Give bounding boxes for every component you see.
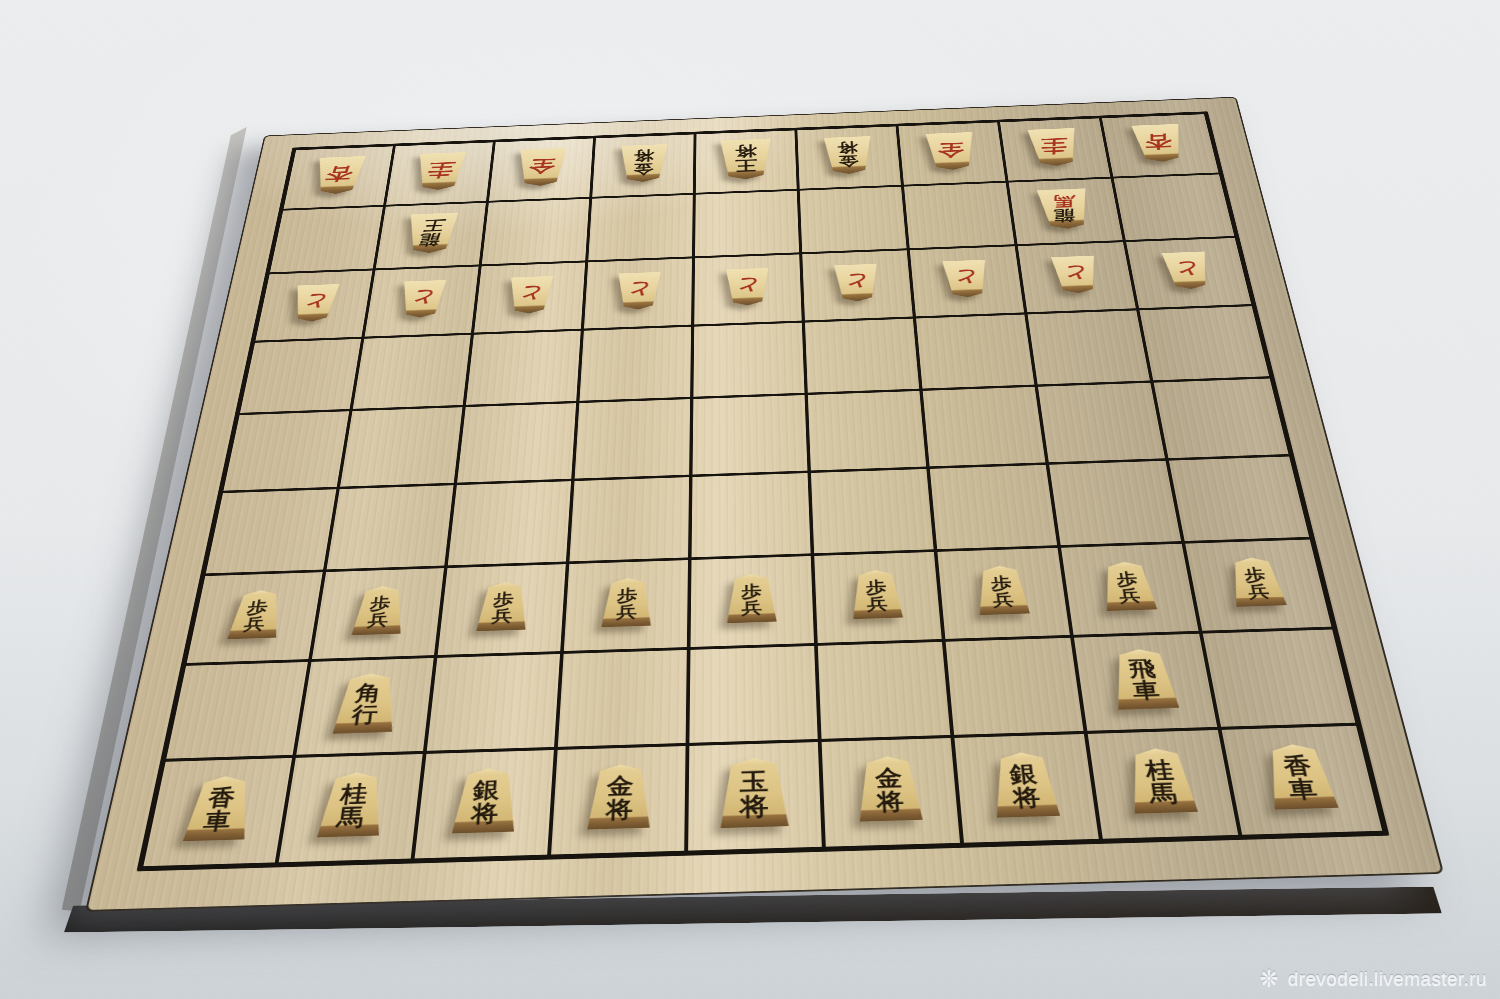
piece-shadow-wrapper: と	[397, 280, 448, 318]
piece-shadow-wrapper: 銀将	[449, 767, 522, 833]
shogi-piece-gote-pawn-tokin-face[interactable]: と	[615, 272, 663, 310]
board-square-6c[interactable]: と	[584, 258, 695, 330]
piece-shadow-wrapper: 歩兵	[848, 569, 905, 619]
shogi-piece-gote-rook-dragon-face[interactable]: 龍王	[403, 213, 461, 254]
board-square-7h[interactable]	[426, 654, 563, 754]
shogi-piece-gote-pawn-tokin-face[interactable]: と	[1160, 251, 1215, 289]
piece-kanji: 全	[527, 157, 558, 175]
shogi-piece-gote-knight-promoted-face[interactable]: 圭	[1025, 128, 1083, 167]
board-square-1d[interactable]	[1139, 306, 1269, 383]
piece-kanji: 金将	[837, 140, 859, 167]
piece-kanji: と	[1174, 260, 1200, 278]
board-square-8b[interactable]: 龍王	[375, 202, 488, 270]
shogi-piece-sente-silver[interactable]: 銀将	[988, 752, 1063, 818]
board-square-6h[interactable]	[558, 650, 691, 751]
shogi-piece-gote-king[interactable]: 王将	[718, 138, 774, 180]
shogi-piece-sente-gold[interactable]: 金将	[854, 756, 926, 822]
board-square-3i[interactable]: 銀将	[954, 734, 1102, 842]
board-square-4f[interactable]	[811, 469, 937, 556]
shogi-piece-gote-pawn-tokin-face[interactable]: と	[724, 268, 771, 306]
board-square-2g[interactable]: 歩兵	[1061, 544, 1203, 638]
piece-kanji: 歩兵	[865, 579, 888, 612]
board-square-9b[interactable]	[270, 206, 386, 274]
shogi-piece-gote-silver-promoted-face[interactable]: 全	[923, 132, 979, 171]
board-square-5d[interactable]	[693, 322, 807, 399]
board-square-1c[interactable]: と	[1126, 238, 1252, 310]
piece-kanji: と	[625, 280, 653, 298]
piece-shadow-wrapper: 歩兵	[1097, 561, 1159, 611]
shogi-piece-sente-gold[interactable]: 金将	[585, 764, 655, 830]
piece-kanji: と	[953, 268, 979, 286]
board-square-8h[interactable]: 角行	[296, 658, 438, 758]
board-square-1i[interactable]: 香車	[1222, 726, 1382, 835]
piece-shadow-wrapper: 香車	[1259, 743, 1342, 809]
piece-shadow-wrapper: 金将	[822, 136, 876, 175]
board-square-4i[interactable]: 金将	[822, 738, 964, 846]
piece-kanji: と	[516, 284, 545, 302]
watermark-text: drevodeli.livemaster.ru	[1288, 968, 1487, 990]
shogi-piece-sente-pawn[interactable]: 歩兵	[973, 565, 1033, 615]
board-square-9a[interactable]: 杏	[283, 146, 395, 210]
piece-kanji: 歩兵	[741, 583, 762, 616]
piece-kanji: 杏	[323, 165, 355, 183]
piece-kanji: と	[300, 292, 330, 310]
piece-kanji: と	[843, 272, 870, 290]
shogi-piece-sente-pawn[interactable]: 歩兵	[1224, 557, 1289, 607]
shogi-piece-gote-lance-promoted-face[interactable]: 杏	[310, 156, 368, 195]
shogi-piece-sente-silver[interactable]: 銀将	[449, 767, 522, 833]
shogi-piece-gote-pawn-tokin-face[interactable]: と	[832, 264, 881, 302]
piece-kanji: 歩兵	[1243, 567, 1271, 600]
board-square-4a[interactable]: 金将	[797, 126, 904, 190]
board-square-5h[interactable]	[689, 646, 821, 747]
shogi-piece-gote-silver-promoted-face[interactable]: 全	[515, 148, 569, 187]
photo-background: 杏圭全金将王将金将全圭杏龍王龍馬ととととととととと歩兵歩兵歩兵歩兵歩兵歩兵歩兵歩…	[0, 0, 1500, 999]
board-square-8d[interactable]	[352, 335, 473, 412]
piece-kanji: 王将	[735, 143, 757, 172]
piece-shadow-wrapper: 歩兵	[973, 565, 1033, 615]
board-square-5a[interactable]: 王将	[696, 130, 800, 194]
board-square-7d[interactable]	[466, 331, 584, 408]
shogi-piece-gote-knight-promoted-face[interactable]: 圭	[412, 152, 468, 191]
board-square-6a[interactable]: 金将	[592, 134, 696, 198]
board-square-9i[interactable]: 香車	[143, 758, 295, 866]
board-square-3d[interactable]	[916, 314, 1038, 391]
piece-shadow-wrapper: 龍王	[403, 213, 461, 254]
board-square-1b[interactable]	[1114, 174, 1235, 242]
shogi-piece-sente-pawn[interactable]: 歩兵	[599, 577, 654, 627]
piece-kanji: 龍王	[417, 217, 447, 246]
piece-shadow-wrapper: 香車	[180, 775, 258, 841]
piece-shadow-wrapper: 桂馬	[314, 771, 389, 837]
piece-shadow-wrapper: 玉将	[718, 757, 792, 828]
piece-shadow-wrapper: と	[506, 276, 556, 314]
board-square-8c[interactable]: と	[364, 266, 481, 338]
board-square-7b[interactable]	[482, 198, 593, 266]
board-square-2e[interactable]	[1038, 383, 1169, 465]
shogi-piece-sente-pawn[interactable]: 歩兵	[349, 585, 409, 635]
piece-shadow-wrapper: 王将	[718, 138, 774, 180]
board-square-7c[interactable]: と	[474, 262, 588, 334]
piece-shadow-wrapper: 銀将	[988, 752, 1063, 818]
board-square-5b[interactable]	[695, 190, 802, 258]
piece-kanji: 銀将	[470, 779, 501, 826]
board-square-5i[interactable]: 玉将	[688, 742, 826, 850]
board-square-6f[interactable]	[569, 477, 692, 564]
board-square-6g[interactable]: 歩兵	[564, 560, 692, 654]
piece-shadow-wrapper: 金将	[585, 764, 655, 830]
piece-shadow-wrapper: 全	[923, 132, 979, 171]
piece-shadow-wrapper: 金将	[854, 756, 926, 822]
board-square-1g[interactable]: 歩兵	[1185, 540, 1332, 634]
piece-shadow-wrapper: と	[289, 284, 342, 322]
piece-shadow-wrapper: と	[832, 264, 881, 302]
piece-shadow-wrapper: 金将	[617, 144, 669, 183]
piece-shadow-wrapper: 杏	[310, 156, 368, 195]
shogi-piece-gote-pawn-tokin-face[interactable]: と	[289, 284, 342, 322]
shogi-piece-sente-pawn[interactable]: 歩兵	[848, 569, 905, 619]
board-square-4e[interactable]	[808, 391, 930, 473]
piece-kanji: 金将	[605, 775, 634, 822]
piece-kanji: 歩兵	[491, 591, 514, 624]
board-square-7f[interactable]	[447, 481, 574, 568]
shogi-piece-gote-gold[interactable]: 金将	[617, 144, 669, 183]
board-square-7a[interactable]: 全	[489, 138, 596, 202]
board-square-9d[interactable]	[240, 339, 365, 416]
piece-shadow-wrapper: 歩兵	[225, 589, 287, 639]
piece-kanji: 金将	[633, 148, 654, 175]
board-square-6e[interactable]	[574, 399, 693, 481]
board-square-1f[interactable]	[1169, 456, 1310, 544]
board-square-6b[interactable]	[588, 194, 696, 262]
piece-shadow-wrapper: 角行	[330, 672, 402, 733]
shogi-piece-sente-knight[interactable]: 桂馬	[1122, 747, 1201, 813]
board-square-8e[interactable]	[340, 407, 466, 489]
board-square-8a[interactable]: 圭	[386, 142, 496, 206]
board-square-3h[interactable]	[946, 638, 1088, 739]
shogi-piece-sente-pawn[interactable]: 歩兵	[725, 573, 779, 623]
piece-shadow-wrapper: 圭	[1025, 128, 1083, 167]
watermark: ❊ drevodeli.livemaster.ru	[1260, 966, 1487, 992]
board-square-8f[interactable]	[326, 485, 457, 572]
shogi-piece-sente-pawn[interactable]: 歩兵	[225, 589, 287, 639]
board-square-2d[interactable]	[1028, 310, 1154, 387]
board-square-3g[interactable]: 歩兵	[937, 548, 1074, 642]
board-square-6d[interactable]	[579, 326, 694, 403]
board-square-1e[interactable]	[1154, 379, 1289, 461]
board-square-4c[interactable]: と	[802, 250, 916, 322]
piece-shadow-wrapper: と	[724, 268, 771, 306]
board-square-2h[interactable]: 飛車	[1074, 634, 1222, 735]
shogi-piece-gote-gold[interactable]: 金将	[822, 136, 876, 175]
board-square-4d[interactable]	[805, 318, 923, 395]
shogi-grid: 杏圭全金将王将金将全圭杏龍王龍馬ととととととととと歩兵歩兵歩兵歩兵歩兵歩兵歩兵歩…	[137, 111, 1390, 871]
piece-shadow-wrapper: と	[1160, 251, 1215, 289]
board-square-2c[interactable]: と	[1018, 242, 1140, 314]
piece-kanji: 杏	[1145, 133, 1172, 151]
piece-kanji: 飛車	[1127, 659, 1160, 703]
board-square-3f[interactable]	[930, 465, 1061, 552]
piece-kanji: と	[1063, 264, 1088, 282]
shogi-piece-sente-king[interactable]: 玉将	[718, 757, 792, 828]
board-square-9e[interactable]	[223, 411, 352, 493]
board-square-9f[interactable]	[205, 489, 340, 576]
board-square-5f[interactable]	[692, 473, 815, 560]
piece-shadow-wrapper: 歩兵	[1224, 557, 1289, 607]
piece-kanji: 歩兵	[616, 587, 638, 620]
shogi-piece-sente-pawn[interactable]: 歩兵	[1097, 561, 1159, 611]
piece-shadow-wrapper: 杏	[1129, 124, 1189, 163]
shogi-piece-gote-pawn-tokin-face[interactable]: と	[940, 260, 991, 298]
board-square-3a[interactable]: 全	[899, 122, 1009, 186]
board-square-4h[interactable]	[818, 642, 955, 743]
board-square-3c[interactable]: と	[910, 246, 1028, 318]
shogi-piece-sente-lance[interactable]: 香車	[1259, 743, 1342, 809]
board-square-4g[interactable]: 歩兵	[814, 552, 945, 646]
shogi-piece-sente-bishop[interactable]: 角行	[330, 672, 402, 733]
board-square-2a[interactable]: 圭	[1000, 118, 1114, 182]
board-square-4b[interactable]	[800, 186, 910, 254]
shogi-piece-sente-knight[interactable]: 桂馬	[314, 771, 389, 837]
piece-kanji: 歩兵	[367, 595, 392, 628]
board-square-5e[interactable]	[692, 395, 810, 477]
board-square-8i[interactable]: 桂馬	[279, 754, 427, 862]
board-square-2i[interactable]: 桂馬	[1088, 730, 1242, 839]
shogi-board: 杏圭全金将王将金将全圭杏龍王龍馬ととととととととと歩兵歩兵歩兵歩兵歩兵歩兵歩兵歩…	[85, 97, 1444, 912]
board-square-9c[interactable]: と	[255, 270, 375, 342]
board-square-9h[interactable]	[166, 662, 312, 762]
board-square-9g[interactable]: 歩兵	[186, 572, 326, 665]
piece-shadow-wrapper: 飛車	[1106, 648, 1182, 709]
piece-kanji: 金将	[874, 767, 904, 814]
piece-kanji: 歩兵	[990, 575, 1014, 608]
piece-shadow-wrapper: と	[1049, 256, 1102, 294]
piece-kanji: 角行	[350, 683, 382, 727]
piece-shadow-wrapper: 全	[515, 148, 569, 187]
snowflake-icon: ❊	[1260, 966, 1279, 992]
piece-kanji: 歩兵	[243, 599, 269, 632]
shogi-piece-sente-pawn[interactable]: 歩兵	[474, 581, 531, 631]
board-square-3e[interactable]	[923, 387, 1049, 469]
board-square-7e[interactable]	[457, 403, 579, 485]
piece-shadow-wrapper: と	[615, 272, 663, 310]
board-square-5g[interactable]: 歩兵	[690, 556, 817, 650]
piece-kanji: 桂馬	[336, 783, 369, 830]
piece-shadow-wrapper: 圭	[412, 152, 468, 191]
piece-shadow-wrapper: 歩兵	[474, 581, 531, 631]
board-scene: 杏圭全金将王将金将全圭杏龍王龍馬ととととととととと歩兵歩兵歩兵歩兵歩兵歩兵歩兵歩…	[0, 0, 1500, 999]
piece-shadow-wrapper: 歩兵	[349, 585, 409, 635]
piece-kanji: 圭	[1040, 137, 1067, 155]
board-square-8g[interactable]: 歩兵	[311, 568, 447, 661]
piece-shadow-wrapper: 歩兵	[725, 573, 779, 623]
board-square-5c[interactable]: と	[694, 254, 805, 326]
shogi-piece-gote-pawn-tokin-face[interactable]: と	[397, 280, 448, 318]
board-square-2b[interactable]: 龍馬	[1009, 178, 1126, 246]
piece-shadow-wrapper: 龍馬	[1035, 188, 1095, 229]
piece-kanji: 龍馬	[1053, 193, 1075, 222]
piece-kanji: 銀将	[1009, 763, 1042, 810]
piece-kanji: 桂馬	[1144, 759, 1179, 806]
board-square-2f[interactable]	[1049, 460, 1185, 547]
piece-kanji: 玉将	[740, 769, 770, 820]
shogi-piece-sente-lance[interactable]: 香車	[180, 775, 258, 841]
board-square-3b[interactable]	[904, 182, 1018, 250]
piece-kanji: と	[408, 288, 438, 306]
shogi-piece-gote-lance-promoted-face[interactable]: 杏	[1129, 124, 1189, 163]
piece-shadow-wrapper: 歩兵	[599, 577, 654, 627]
board-square-1h[interactable]	[1203, 629, 1356, 730]
shogi-piece-gote-pawn-tokin-face[interactable]: と	[1049, 256, 1102, 294]
board-square-7g[interactable]: 歩兵	[437, 564, 569, 658]
board-square-1a[interactable]: 杏	[1102, 114, 1219, 178]
shogi-piece-gote-pawn-tokin-face[interactable]: と	[506, 276, 556, 314]
piece-kanji: 全	[937, 141, 965, 159]
piece-shadow-wrapper: と	[940, 260, 991, 298]
piece-kanji: と	[734, 276, 761, 294]
shogi-piece-sente-rook[interactable]: 飛車	[1106, 648, 1182, 709]
board-square-7i[interactable]: 銀将	[415, 750, 558, 858]
piece-kanji: 歩兵	[1115, 571, 1141, 604]
board-square-6i[interactable]: 金将	[551, 746, 689, 854]
piece-kanji: 圭	[425, 161, 457, 179]
shogi-piece-gote-bishop-horse-face[interactable]: 龍馬	[1035, 188, 1095, 229]
piece-kanji: 香車	[1281, 755, 1319, 802]
piece-shadow-wrapper: 桂馬	[1122, 747, 1201, 813]
piece-kanji: 香車	[202, 787, 237, 834]
